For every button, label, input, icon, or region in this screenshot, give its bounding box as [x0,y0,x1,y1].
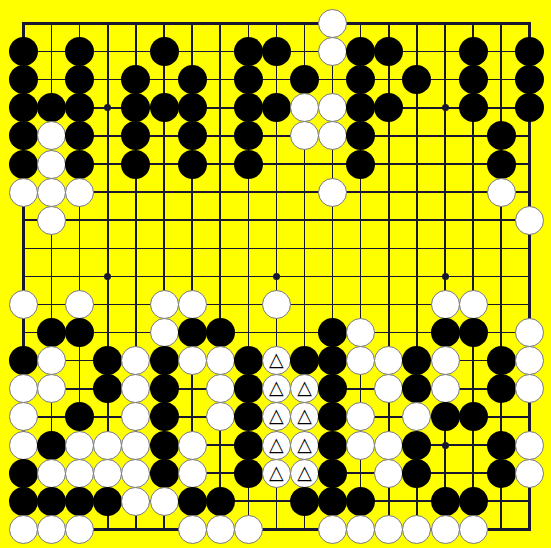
stone-white[interactable] [206,346,235,375]
stone-black[interactable] [65,318,94,347]
stone-white[interactable] [402,402,431,431]
stone-black[interactable] [346,121,375,150]
stone-black[interactable] [402,65,431,94]
stone-black[interactable] [37,487,66,516]
stone-white[interactable] [290,93,319,122]
hoshi-point [442,104,449,111]
stone-black[interactable] [262,37,291,66]
stone-black[interactable] [487,121,516,150]
stone-white[interactable] [65,290,94,319]
stone-black[interactable] [178,487,207,516]
stone-black[interactable] [150,37,179,66]
stone-black[interactable] [346,37,375,66]
stone-white[interactable] [178,459,207,488]
stone-black[interactable] [487,374,516,403]
triangle-mark-icon: △ [269,378,284,397]
stone-black[interactable] [178,150,207,179]
stone-black[interactable] [65,402,94,431]
stone-white[interactable] [37,515,66,544]
stone-black[interactable] [37,93,66,122]
stone-black[interactable] [121,150,150,179]
stone-black[interactable] [402,346,431,375]
stone-white[interactable] [431,515,460,544]
stone-black[interactable] [65,93,94,122]
stone-white[interactable] [318,515,347,544]
stone-black[interactable] [150,402,179,431]
stone-white[interactable] [121,374,150,403]
stone-black[interactable] [65,121,94,150]
stone-black[interactable] [9,150,38,179]
triangle-mark-icon: △ [297,435,312,454]
triangle-mark-icon: △ [269,406,284,425]
stone-black[interactable] [290,346,319,375]
stone-black[interactable] [178,318,207,347]
stone-black[interactable] [402,374,431,403]
stone-black[interactable] [9,37,38,66]
stone-white[interactable] [374,515,403,544]
stone-black[interactable] [65,37,94,66]
stone-white[interactable] [515,318,544,347]
stone-black[interactable] [515,93,544,122]
stone-white[interactable] [93,459,122,488]
stone-black[interactable] [431,318,460,347]
stone-black[interactable] [234,37,263,66]
stone-black[interactable] [402,431,431,460]
stone-black[interactable] [9,346,38,375]
stone-white-triangle[interactable]: △ [262,402,291,431]
stone-white[interactable] [431,290,460,319]
stone-black[interactable] [262,93,291,122]
triangle-mark-icon: △ [269,435,284,454]
stone-black[interactable] [234,150,263,179]
stone-black[interactable] [431,402,460,431]
stone-black[interactable] [37,318,66,347]
stone-black[interactable] [65,487,94,516]
stone-white[interactable] [374,459,403,488]
stone-black[interactable] [206,318,235,347]
stone-black[interactable] [178,65,207,94]
hoshi-point [104,104,111,111]
stone-black[interactable] [459,487,488,516]
stone-black[interactable] [93,487,122,516]
stone-white[interactable] [262,290,291,319]
stone-white-triangle[interactable]: △ [290,402,319,431]
stone-white[interactable] [346,431,375,460]
stone-black[interactable] [234,459,263,488]
stone-white[interactable] [121,402,150,431]
stone-black[interactable] [515,65,544,94]
stone-white[interactable] [9,374,38,403]
stone-black[interactable] [9,121,38,150]
stone-black[interactable] [150,431,179,460]
stone-black[interactable] [318,431,347,460]
stone-white[interactable] [37,374,66,403]
stone-white[interactable] [374,346,403,375]
stone-black[interactable] [318,374,347,403]
stone-white[interactable] [9,290,38,319]
stone-black[interactable] [318,459,347,488]
stone-white[interactable] [318,37,347,66]
stone-white[interactable] [121,487,150,516]
stone-black[interactable] [346,150,375,179]
stone-white[interactable] [346,318,375,347]
stone-black[interactable] [234,93,263,122]
stone-white[interactable] [150,487,179,516]
stone-black[interactable] [290,65,319,94]
stone-white[interactable] [9,515,38,544]
stone-black[interactable] [234,346,263,375]
stone-white-triangle[interactable]: △ [262,374,291,403]
stone-white[interactable] [37,346,66,375]
stone-black[interactable] [346,65,375,94]
stone-white[interactable] [65,431,94,460]
stone-black[interactable] [459,318,488,347]
hoshi-point [442,442,449,449]
stone-white[interactable] [402,515,431,544]
stone-white[interactable] [431,346,460,375]
go-board[interactable]: △△△△△△△△△ [0,0,551,548]
stone-black[interactable] [93,374,122,403]
stone-black[interactable] [9,459,38,488]
stone-black[interactable] [65,150,94,179]
stone-white[interactable] [150,290,179,319]
stone-black[interactable] [487,431,516,460]
stone-white-triangle[interactable]: △ [262,431,291,460]
stone-white[interactable] [37,206,66,235]
stone-black[interactable] [9,65,38,94]
stone-black[interactable] [459,93,488,122]
stone-black[interactable] [178,93,207,122]
stone-white[interactable] [318,121,347,150]
stone-white[interactable] [318,93,347,122]
stone-black[interactable] [290,487,319,516]
stone-white[interactable] [121,459,150,488]
triangle-mark-icon: △ [297,406,312,425]
triangle-mark-icon: △ [269,463,284,482]
stone-white[interactable] [234,515,263,544]
stone-black[interactable] [150,346,179,375]
stone-white[interactable] [121,431,150,460]
stone-white[interactable] [121,346,150,375]
stone-white-triangle[interactable]: △ [290,431,319,460]
stone-black[interactable] [487,150,516,179]
stone-white[interactable] [9,178,38,207]
stone-black[interactable] [515,37,544,66]
stone-black[interactable] [402,459,431,488]
stone-black[interactable] [318,402,347,431]
stone-black[interactable] [234,121,263,150]
stone-white[interactable] [178,515,207,544]
stone-black[interactable] [234,374,263,403]
stone-white-triangle[interactable]: △ [262,346,291,375]
stone-white[interactable] [206,374,235,403]
stone-white[interactable] [515,374,544,403]
stone-white[interactable] [374,431,403,460]
hoshi-point [273,273,280,280]
stone-black[interactable] [9,93,38,122]
stone-white[interactable] [206,402,235,431]
stone-black[interactable] [150,374,179,403]
stone-black[interactable] [206,487,235,516]
stone-white-triangle[interactable]: △ [262,459,291,488]
stone-black[interactable] [346,487,375,516]
stone-white-triangle[interactable]: △ [290,459,319,488]
stone-white[interactable] [37,121,66,150]
stone-black[interactable] [346,93,375,122]
stone-black[interactable] [459,65,488,94]
stone-black[interactable] [487,459,516,488]
stone-white[interactable] [431,374,460,403]
stone-white[interactable] [515,459,544,488]
stone-white[interactable] [65,459,94,488]
stone-white[interactable] [93,431,122,460]
stone-white[interactable] [487,178,516,207]
stone-white-triangle[interactable]: △ [290,374,319,403]
stone-white[interactable] [178,431,207,460]
stone-white[interactable] [178,290,207,319]
stone-white[interactable] [65,178,94,207]
stone-white[interactable] [374,374,403,403]
stone-white[interactable] [65,515,94,544]
stone-white[interactable] [459,515,488,544]
hoshi-point [442,273,449,280]
stone-white[interactable] [318,9,347,38]
hoshi-point [104,273,111,280]
stone-black[interactable] [234,402,263,431]
stone-white[interactable] [37,459,66,488]
stone-black[interactable] [150,459,179,488]
stone-black[interactable] [318,346,347,375]
stone-white[interactable] [515,431,544,460]
stone-white[interactable] [515,206,544,235]
stone-black[interactable] [178,121,207,150]
stone-black[interactable] [234,431,263,460]
stone-white[interactable] [9,431,38,460]
stone-black[interactable] [65,65,94,94]
stone-black[interactable] [121,93,150,122]
stone-black[interactable] [374,37,403,66]
stone-black[interactable] [318,318,347,347]
stone-black[interactable] [37,431,66,460]
stone-black[interactable] [374,93,403,122]
stone-white[interactable] [346,515,375,544]
stone-white[interactable] [515,346,544,375]
stone-white[interactable] [9,402,38,431]
stone-white[interactable] [150,318,179,347]
stone-white[interactable] [37,150,66,179]
stone-black[interactable] [459,402,488,431]
stone-white[interactable] [290,121,319,150]
stone-black[interactable] [318,487,347,516]
stone-black[interactable] [431,487,460,516]
stone-white[interactable] [346,402,375,431]
triangle-mark-icon: △ [297,463,312,482]
stone-black[interactable] [459,37,488,66]
stone-white[interactable] [37,178,66,207]
stone-white[interactable] [206,515,235,544]
stone-black[interactable] [93,346,122,375]
stone-black[interactable] [121,121,150,150]
stone-white[interactable] [346,346,375,375]
triangle-mark-icon: △ [269,350,284,369]
stone-black[interactable] [9,487,38,516]
stone-black[interactable] [234,65,263,94]
triangle-mark-icon: △ [297,378,312,397]
stone-black[interactable] [487,346,516,375]
stone-white[interactable] [318,178,347,207]
stone-black[interactable] [121,65,150,94]
stone-black[interactable] [150,93,179,122]
stone-white[interactable] [459,290,488,319]
stone-white[interactable] [178,346,207,375]
